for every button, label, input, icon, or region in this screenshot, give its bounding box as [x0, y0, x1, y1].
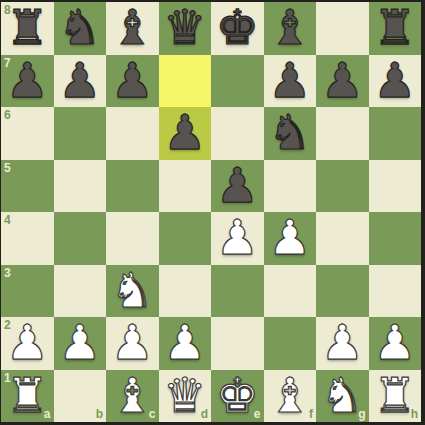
square-b2[interactable]: ♟: [54, 317, 107, 370]
square-c4[interactable]: [106, 212, 159, 265]
piece-black-rook-h8[interactable]: ♜: [373, 3, 416, 51]
piece-white-pawn-b2[interactable]: ♟: [58, 318, 101, 366]
square-b8[interactable]: ♞: [54, 2, 107, 55]
square-g8[interactable]: [316, 2, 369, 55]
piece-white-knight-c3[interactable]: ♞: [111, 266, 154, 314]
piece-white-pawn-f4[interactable]: ♟: [268, 213, 311, 261]
square-d7[interactable]: [159, 55, 212, 108]
square-f4[interactable]: ♟: [264, 212, 317, 265]
square-e7[interactable]: [211, 55, 264, 108]
rank-label-6: 6: [4, 109, 11, 121]
square-d4[interactable]: [159, 212, 212, 265]
square-b6[interactable]: [54, 107, 107, 160]
rank-label-4: 4: [4, 214, 11, 226]
square-g3[interactable]: [316, 265, 369, 318]
file-label-b: b: [96, 408, 103, 420]
square-a7[interactable]: 7♟: [1, 55, 54, 108]
square-c2[interactable]: ♟: [106, 317, 159, 370]
square-c5[interactable]: [106, 160, 159, 213]
piece-black-pawn-g7[interactable]: ♟: [321, 56, 364, 104]
square-b4[interactable]: [54, 212, 107, 265]
piece-black-pawn-a7[interactable]: ♟: [6, 56, 49, 104]
square-h4[interactable]: [369, 212, 422, 265]
chess-board: 8♜♞♝♛♚♝♜7♟♟♟♟♟♟6♟♞5♟4♟♟3♞2♟♟♟♟♟♟1a♜bc♝d♛…: [1, 2, 421, 422]
piece-black-pawn-c7[interactable]: ♟: [111, 56, 154, 104]
square-e4[interactable]: ♟: [211, 212, 264, 265]
piece-white-pawn-c2[interactable]: ♟: [111, 318, 154, 366]
square-h2[interactable]: ♟: [369, 317, 422, 370]
piece-white-bishop-c1[interactable]: ♝: [111, 371, 154, 419]
square-f6[interactable]: ♞: [264, 107, 317, 160]
piece-black-queen-d8[interactable]: ♛: [163, 3, 206, 51]
piece-white-rook-a1[interactable]: ♜: [6, 371, 49, 419]
square-e3[interactable]: [211, 265, 264, 318]
square-f2[interactable]: [264, 317, 317, 370]
square-b7[interactable]: ♟: [54, 55, 107, 108]
square-c7[interactable]: ♟: [106, 55, 159, 108]
piece-white-pawn-d2[interactable]: ♟: [163, 318, 206, 366]
square-d1[interactable]: d♛: [159, 370, 212, 423]
square-h8[interactable]: ♜: [369, 2, 422, 55]
square-h1[interactable]: h♜: [369, 370, 422, 423]
square-g7[interactable]: ♟: [316, 55, 369, 108]
square-b1[interactable]: b: [54, 370, 107, 423]
rank-label-3: 3: [4, 267, 11, 279]
piece-white-knight-g1[interactable]: ♞: [321, 371, 364, 419]
square-a6[interactable]: 6: [1, 107, 54, 160]
piece-black-knight-b8[interactable]: ♞: [58, 3, 101, 51]
square-d3[interactable]: [159, 265, 212, 318]
piece-white-king-e1[interactable]: ♚: [216, 371, 259, 419]
square-a3[interactable]: 3: [1, 265, 54, 318]
square-g1[interactable]: g♞: [316, 370, 369, 423]
square-d5[interactable]: [159, 160, 212, 213]
square-f7[interactable]: ♟: [264, 55, 317, 108]
square-f8[interactable]: ♝: [264, 2, 317, 55]
square-a2[interactable]: 2♟: [1, 317, 54, 370]
square-e2[interactable]: [211, 317, 264, 370]
square-e6[interactable]: [211, 107, 264, 160]
piece-black-king-e8[interactable]: ♚: [216, 3, 259, 51]
piece-white-pawn-a2[interactable]: ♟: [6, 318, 49, 366]
piece-black-pawn-h7[interactable]: ♟: [373, 56, 416, 104]
square-h7[interactable]: ♟: [369, 55, 422, 108]
square-c3[interactable]: ♞: [106, 265, 159, 318]
rank-label-5: 5: [4, 162, 11, 174]
square-g2[interactable]: ♟: [316, 317, 369, 370]
piece-white-pawn-g2[interactable]: ♟: [321, 318, 364, 366]
square-c8[interactable]: ♝: [106, 2, 159, 55]
square-e8[interactable]: ♚: [211, 2, 264, 55]
piece-black-knight-f6[interactable]: ♞: [268, 108, 311, 156]
piece-black-pawn-d6[interactable]: ♟: [163, 108, 206, 156]
piece-black-bishop-f8[interactable]: ♝: [268, 3, 311, 51]
square-d8[interactable]: ♛: [159, 2, 212, 55]
square-a1[interactable]: 1a♜: [1, 370, 54, 423]
square-e5[interactable]: ♟: [211, 160, 264, 213]
square-c1[interactable]: c♝: [106, 370, 159, 423]
piece-black-bishop-c8[interactable]: ♝: [111, 3, 154, 51]
square-g6[interactable]: [316, 107, 369, 160]
square-b5[interactable]: [54, 160, 107, 213]
square-f3[interactable]: [264, 265, 317, 318]
square-h6[interactable]: [369, 107, 422, 160]
square-a5[interactable]: 5: [1, 160, 54, 213]
square-c6[interactable]: [106, 107, 159, 160]
piece-white-queen-d1[interactable]: ♛: [163, 371, 206, 419]
square-d6[interactable]: ♟: [159, 107, 212, 160]
square-h5[interactable]: [369, 160, 422, 213]
square-a4[interactable]: 4: [1, 212, 54, 265]
piece-black-pawn-e5[interactable]: ♟: [216, 161, 259, 209]
piece-black-rook-a8[interactable]: ♜: [6, 3, 49, 51]
piece-white-pawn-e4[interactable]: ♟: [216, 213, 259, 261]
square-f1[interactable]: f♝: [264, 370, 317, 423]
square-g5[interactable]: [316, 160, 369, 213]
square-d2[interactable]: ♟: [159, 317, 212, 370]
piece-white-pawn-h2[interactable]: ♟: [373, 318, 416, 366]
piece-black-pawn-f7[interactable]: ♟: [268, 56, 311, 104]
square-b3[interactable]: [54, 265, 107, 318]
square-h3[interactable]: [369, 265, 422, 318]
square-e1[interactable]: e♚: [211, 370, 264, 423]
square-f5[interactable]: [264, 160, 317, 213]
piece-black-pawn-b7[interactable]: ♟: [58, 56, 101, 104]
square-g4[interactable]: [316, 212, 369, 265]
square-a8[interactable]: 8♜: [1, 2, 54, 55]
piece-white-bishop-f1[interactable]: ♝: [268, 371, 311, 419]
piece-white-rook-h1[interactable]: ♜: [373, 371, 416, 419]
